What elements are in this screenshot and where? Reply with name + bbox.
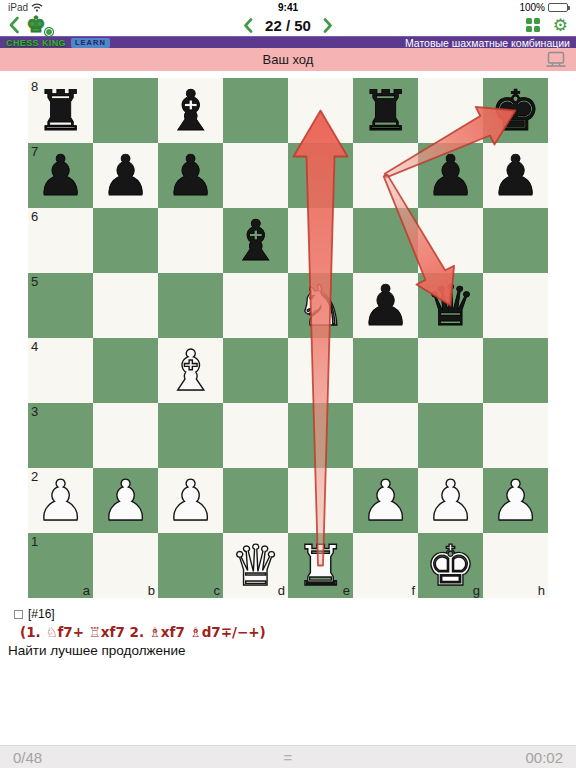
rank-label-3: 3 [31, 404, 38, 419]
square-a5[interactable]: 5 [28, 273, 93, 338]
square-a8[interactable]: 8♜ [28, 78, 93, 143]
square-d8[interactable] [223, 78, 288, 143]
square-h6[interactable] [483, 208, 548, 273]
square-f6[interactable] [353, 208, 418, 273]
clock: 9:41 [0, 2, 576, 13]
square-g6[interactable] [418, 208, 483, 273]
puzzle-counter: 22 / 50 [265, 17, 311, 34]
square-e2[interactable] [288, 468, 353, 533]
rank-label-6: 6 [31, 209, 38, 224]
nav-bar: ♚ 22 / 50 ⚙ [0, 14, 576, 36]
square-h3[interactable] [483, 403, 548, 468]
square-g4[interactable] [418, 338, 483, 403]
square-g7[interactable]: ♟ [418, 143, 483, 208]
square-a4[interactable]: 4 [28, 338, 93, 403]
battery-icon [548, 3, 568, 12]
rank-label-1: 1 [31, 534, 38, 549]
rank-label-5: 5 [31, 274, 38, 289]
piece-black-bishop-c8[interactable]: ♝ [158, 78, 223, 143]
piece-white-pawn-h2[interactable]: ♟ [483, 468, 548, 533]
prev-puzzle-button[interactable] [243, 18, 253, 33]
square-h1[interactable]: h [483, 533, 548, 598]
piece-white-bishop-c4[interactable]: ♝ [158, 338, 223, 403]
square-h4[interactable] [483, 338, 548, 403]
square-e7[interactable] [288, 143, 353, 208]
rank-label-2: 2 [31, 469, 38, 484]
square-g5[interactable]: ♛ [418, 273, 483, 338]
logo-dot [45, 28, 53, 36]
square-b4[interactable] [93, 338, 158, 403]
puzzle-checkbox[interactable] [14, 610, 23, 619]
square-h5[interactable] [483, 273, 548, 338]
piece-black-pawn-b7[interactable]: ♟ [93, 143, 158, 208]
settings-gear-button[interactable]: ⚙ [553, 17, 568, 34]
rank-label-4: 4 [31, 339, 38, 354]
square-f3[interactable] [353, 403, 418, 468]
piece-black-pawn-g7[interactable]: ♟ [418, 143, 483, 208]
square-c2[interactable]: ♟ [158, 468, 223, 533]
square-g1[interactable]: g♚ [418, 533, 483, 598]
square-a1[interactable]: 1a [28, 533, 93, 598]
square-d5[interactable] [223, 273, 288, 338]
square-f1[interactable]: f [353, 533, 418, 598]
square-e5[interactable]: ♞ [288, 273, 353, 338]
piece-white-pawn-g2[interactable]: ♟ [418, 468, 483, 533]
king-logo-icon: ♚ [26, 12, 46, 37]
square-f4[interactable] [353, 338, 418, 403]
piece-white-pawn-f2[interactable]: ♟ [353, 468, 418, 533]
square-a2[interactable]: 2♟ [28, 468, 93, 533]
square-h8[interactable]: ♚ [483, 78, 548, 143]
square-d6[interactable]: ♝ [223, 208, 288, 273]
rank-label-7: 7 [31, 144, 38, 159]
piece-black-king-h8[interactable]: ♚ [483, 78, 548, 143]
square-f5[interactable]: ♟ [353, 273, 418, 338]
chess-board: 8♜♝♜♚7♟♟♟♟♟6♝5♞♟♛4♝32♟♟♟♟♟♟1abcd♛e♜fg♚h [28, 78, 548, 598]
square-b7[interactable]: ♟ [93, 143, 158, 208]
file-label-e: e [343, 583, 350, 598]
move-prompt: Ваш ход [263, 52, 314, 67]
square-b5[interactable] [93, 273, 158, 338]
brand-bar: CHESS KING LEARN Матовые шахматные комби… [0, 36, 576, 48]
back-button[interactable] [8, 16, 20, 34]
status-bar: iPad 9:41 100% [0, 0, 576, 14]
footer-bar: 0/48 = 00:02 [0, 745, 576, 768]
square-h7[interactable]: ♟ [483, 143, 548, 208]
next-puzzle-button[interactable] [323, 18, 333, 33]
piece-black-pawn-f5[interactable]: ♟ [353, 273, 418, 338]
square-a3[interactable]: 3 [28, 403, 93, 468]
square-a6[interactable]: 6 [28, 208, 93, 273]
file-label-g: g [473, 583, 480, 598]
puzzle-id: [#16] [28, 607, 55, 621]
rank-label-8: 8 [31, 79, 38, 94]
square-c5[interactable] [158, 273, 223, 338]
square-a7[interactable]: 7♟ [28, 143, 93, 208]
annotation-panel: [#16] (1. ♘f7+ ♖xf7 2. ♗xf7 ♗d7∓/−+) Най… [0, 598, 576, 658]
square-h2[interactable]: ♟ [483, 468, 548, 533]
move-bar: Ваш ход [0, 48, 576, 71]
square-g2[interactable]: ♟ [418, 468, 483, 533]
piece-white-pawn-b2[interactable]: ♟ [93, 468, 158, 533]
square-e1[interactable]: e♜ [288, 533, 353, 598]
square-e8[interactable] [288, 78, 353, 143]
square-g3[interactable] [418, 403, 483, 468]
learn-badge: LEARN [71, 38, 110, 48]
course-title: Матовые шахматные комбинации [405, 37, 570, 49]
square-b3[interactable] [93, 403, 158, 468]
evaluation-indicator: = [0, 749, 576, 766]
square-e6[interactable] [288, 208, 353, 273]
chess-king-logo[interactable]: ♚ [26, 13, 52, 37]
file-label-d: d [278, 583, 285, 598]
square-f8[interactable]: ♜ [353, 78, 418, 143]
app-name-logo: CHESS KING [6, 38, 66, 48]
board-grid: 8♜♝♜♚7♟♟♟♟♟6♝5♞♟♛4♝32♟♟♟♟♟♟1abcd♛e♜fg♚h [28, 78, 548, 598]
square-c4[interactable]: ♝ [158, 338, 223, 403]
square-b1[interactable]: b [93, 533, 158, 598]
square-d1[interactable]: d♛ [223, 533, 288, 598]
square-c7[interactable]: ♟ [158, 143, 223, 208]
file-label-h: h [538, 583, 545, 598]
piece-white-knight-e5[interactable]: ♞ [288, 273, 353, 338]
square-d3[interactable] [223, 403, 288, 468]
square-b8[interactable] [93, 78, 158, 143]
square-d7[interactable] [223, 143, 288, 208]
square-f7[interactable] [353, 143, 418, 208]
square-d2[interactable] [223, 468, 288, 533]
square-c1[interactable]: c [158, 533, 223, 598]
file-label-b: b [148, 583, 155, 598]
piece-white-pawn-c2[interactable]: ♟ [158, 468, 223, 533]
square-f2[interactable]: ♟ [353, 468, 418, 533]
file-label-c: c [214, 583, 221, 598]
square-e4[interactable] [288, 338, 353, 403]
file-label-f: f [411, 583, 415, 598]
piece-black-queen-g5[interactable]: ♛ [418, 273, 483, 338]
square-b2[interactable]: ♟ [93, 468, 158, 533]
square-d4[interactable] [223, 338, 288, 403]
piece-black-bishop-d6[interactable]: ♝ [223, 208, 288, 273]
square-c3[interactable] [158, 403, 223, 468]
puzzle-list-button[interactable] [526, 18, 540, 32]
solution-line: (1. ♘f7+ ♖xf7 2. ♗xf7 ♗d7∓/−+) [20, 624, 576, 640]
square-c8[interactable]: ♝ [158, 78, 223, 143]
square-b6[interactable] [93, 208, 158, 273]
piece-black-pawn-h7[interactable]: ♟ [483, 143, 548, 208]
piece-black-rook-f8[interactable]: ♜ [353, 78, 418, 143]
file-label-a: a [83, 583, 90, 598]
computer-icon[interactable] [545, 51, 567, 68]
puzzle-pager: 22 / 50 [0, 17, 576, 34]
square-g8[interactable] [418, 78, 483, 143]
square-c6[interactable] [158, 208, 223, 273]
piece-black-pawn-c7[interactable]: ♟ [158, 143, 223, 208]
square-e3[interactable] [288, 403, 353, 468]
task-instruction: Найти лучшее продолжение [8, 643, 576, 658]
